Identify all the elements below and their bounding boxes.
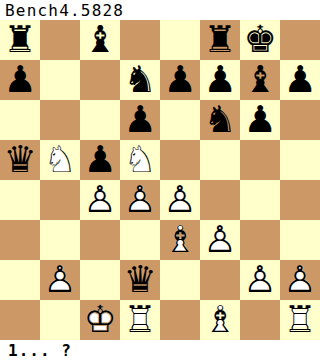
piece-black-rook: ♜ xyxy=(200,20,240,60)
square-a7[interactable]: ♟ xyxy=(0,60,40,100)
square-d4[interactable]: ♟♙ xyxy=(120,180,160,220)
square-g4[interactable] xyxy=(240,180,280,220)
square-h5[interactable] xyxy=(280,140,320,180)
square-b7[interactable] xyxy=(40,60,80,100)
piece-white-pawn: ♙ xyxy=(160,180,200,220)
square-d8[interactable] xyxy=(120,20,160,60)
square-e4[interactable]: ♟♙ xyxy=(160,180,200,220)
square-b4[interactable] xyxy=(40,180,80,220)
piece-white-pawn: ♙ xyxy=(120,180,160,220)
square-d1[interactable]: ♜♖ xyxy=(120,300,160,340)
square-c2[interactable] xyxy=(80,260,120,300)
square-b2[interactable]: ♟♙ xyxy=(40,260,80,300)
square-e2[interactable] xyxy=(160,260,200,300)
square-d5[interactable]: ♞♘ xyxy=(120,140,160,180)
square-a5[interactable]: ♛ xyxy=(0,140,40,180)
piece-black-knight: ♞ xyxy=(120,60,160,100)
square-h2[interactable]: ♟♙ xyxy=(280,260,320,300)
piece-white-knight: ♘ xyxy=(40,140,80,180)
piece-black-pawn: ♟ xyxy=(280,60,320,100)
square-f1[interactable]: ♝♗ xyxy=(200,300,240,340)
square-h6[interactable] xyxy=(280,100,320,140)
square-e7[interactable]: ♟ xyxy=(160,60,200,100)
square-b5[interactable]: ♞♘ xyxy=(40,140,80,180)
piece-white-pawn: ♙ xyxy=(240,260,280,300)
piece-white-pawn: ♙ xyxy=(40,260,80,300)
piece-white-king: ♔ xyxy=(80,300,120,340)
square-h7[interactable]: ♟ xyxy=(280,60,320,100)
square-a2[interactable] xyxy=(0,260,40,300)
square-g1[interactable] xyxy=(240,300,280,340)
piece-white-knight: ♘ xyxy=(120,140,160,180)
square-h1[interactable]: ♜♖ xyxy=(280,300,320,340)
chess-app-window: Bench4.5828 ♜♝♜♚♟♞♟♟♝♟♟♞♟♛♞♘♟♞♘♟♙♟♙♟♙♝♗♟… xyxy=(0,0,320,360)
square-c1[interactable]: ♚♔ xyxy=(80,300,120,340)
square-g8[interactable]: ♚ xyxy=(240,20,280,60)
window-title: Bench4.5828 xyxy=(0,0,320,20)
square-f2[interactable] xyxy=(200,260,240,300)
square-a1[interactable] xyxy=(0,300,40,340)
square-b3[interactable] xyxy=(40,220,80,260)
piece-black-bishop: ♝ xyxy=(240,60,280,100)
square-d7[interactable]: ♞ xyxy=(120,60,160,100)
piece-white-rook: ♖ xyxy=(120,300,160,340)
piece-black-knight: ♞ xyxy=(200,100,240,140)
square-g7[interactable]: ♝ xyxy=(240,60,280,100)
square-d2[interactable]: ♛ xyxy=(120,260,160,300)
square-c8[interactable]: ♝ xyxy=(80,20,120,60)
piece-white-pawn: ♙ xyxy=(80,180,120,220)
square-f6[interactable]: ♞ xyxy=(200,100,240,140)
piece-black-pawn: ♟ xyxy=(80,140,120,180)
piece-white-bishop: ♗ xyxy=(160,220,200,260)
square-e5[interactable] xyxy=(160,140,200,180)
piece-black-pawn: ♟ xyxy=(240,100,280,140)
piece-white-pawn: ♙ xyxy=(200,220,240,260)
square-h8[interactable] xyxy=(280,20,320,60)
piece-black-rook: ♜ xyxy=(0,20,40,60)
square-e8[interactable] xyxy=(160,20,200,60)
square-b8[interactable] xyxy=(40,20,80,60)
square-b6[interactable] xyxy=(40,100,80,140)
chess-board: ♜♝♜♚♟♞♟♟♝♟♟♞♟♛♞♘♟♞♘♟♙♟♙♟♙♝♗♟♙♟♙♛♟♙♟♙♚♔♜♖… xyxy=(0,20,320,340)
square-a3[interactable] xyxy=(0,220,40,260)
piece-black-pawn: ♟ xyxy=(160,60,200,100)
piece-black-pawn: ♟ xyxy=(0,60,40,100)
square-a8[interactable]: ♜ xyxy=(0,20,40,60)
piece-black-pawn: ♟ xyxy=(200,60,240,100)
square-a4[interactable] xyxy=(0,180,40,220)
square-f5[interactable] xyxy=(200,140,240,180)
square-g5[interactable] xyxy=(240,140,280,180)
square-g6[interactable]: ♟ xyxy=(240,100,280,140)
square-a6[interactable] xyxy=(0,100,40,140)
square-c5[interactable]: ♟ xyxy=(80,140,120,180)
square-e6[interactable] xyxy=(160,100,200,140)
piece-white-bishop: ♗ xyxy=(200,300,240,340)
piece-white-pawn: ♙ xyxy=(280,260,320,300)
square-c7[interactable] xyxy=(80,60,120,100)
square-g3[interactable] xyxy=(240,220,280,260)
move-prompt: 1... ? xyxy=(0,340,320,360)
piece-black-pawn: ♟ xyxy=(120,100,160,140)
square-h4[interactable] xyxy=(280,180,320,220)
square-c4[interactable]: ♟♙ xyxy=(80,180,120,220)
piece-black-king: ♚ xyxy=(240,20,280,60)
square-e1[interactable] xyxy=(160,300,200,340)
piece-white-rook: ♖ xyxy=(280,300,320,340)
square-d3[interactable] xyxy=(120,220,160,260)
square-c3[interactable] xyxy=(80,220,120,260)
square-f7[interactable]: ♟ xyxy=(200,60,240,100)
square-d6[interactable]: ♟ xyxy=(120,100,160,140)
piece-black-queen: ♛ xyxy=(0,140,40,180)
square-f4[interactable] xyxy=(200,180,240,220)
piece-black-bishop: ♝ xyxy=(80,20,120,60)
square-c6[interactable] xyxy=(80,100,120,140)
square-e3[interactable]: ♝♗ xyxy=(160,220,200,260)
square-g2[interactable]: ♟♙ xyxy=(240,260,280,300)
square-f8[interactable]: ♜ xyxy=(200,20,240,60)
square-b1[interactable] xyxy=(40,300,80,340)
square-h3[interactable] xyxy=(280,220,320,260)
piece-black-queen: ♛ xyxy=(120,260,160,300)
square-f3[interactable]: ♟♙ xyxy=(200,220,240,260)
